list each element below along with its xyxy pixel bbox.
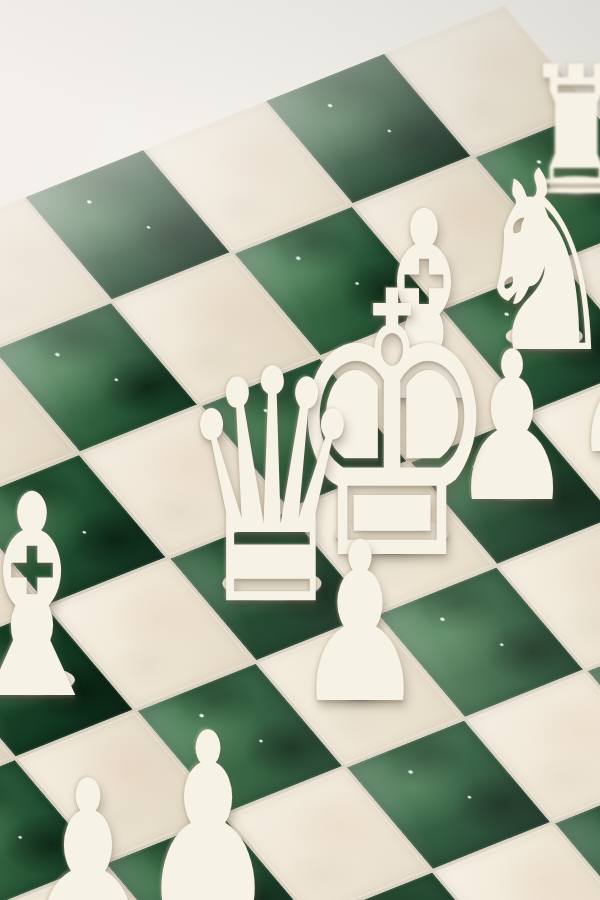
chess-scene: ♜♞♝♚♛♟♟♟♝♟♟: [0, 0, 600, 900]
pawn-glyph: ♟: [571, 277, 600, 484]
pawn-glyph: ♟: [18, 750, 158, 900]
pawn-glyph: ♟: [294, 513, 425, 734]
pawn-glyph: ♟: [138, 702, 278, 900]
pieces-layer: ♜♞♝♚♛♟♟♟♝♟♟: [0, 0, 600, 900]
bishop-glyph: ♝: [0, 458, 115, 738]
